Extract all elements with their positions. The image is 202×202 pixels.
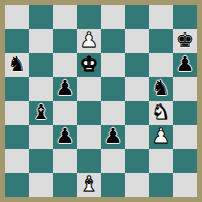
square-a5[interactable] (5, 77, 29, 101)
square-d5[interactable] (77, 77, 101, 101)
square-e2[interactable] (101, 149, 125, 173)
white-pawn-piece: ♟ (80, 29, 99, 52)
square-a3[interactable] (5, 125, 29, 149)
square-e7[interactable] (101, 29, 125, 53)
square-d1[interactable]: ♝ (77, 173, 101, 197)
square-c5[interactable]: ♟ (53, 77, 77, 101)
square-h1[interactable] (173, 173, 197, 197)
square-d7[interactable]: ♟ (77, 29, 101, 53)
square-b4[interactable]: ♝ (29, 101, 53, 125)
square-c6[interactable] (53, 53, 77, 77)
square-c3[interactable]: ♟ (53, 125, 77, 149)
square-f8[interactable] (125, 5, 149, 29)
square-e3[interactable]: ♟ (101, 125, 125, 149)
square-h2[interactable] (173, 149, 197, 173)
square-g2[interactable] (149, 149, 173, 173)
square-d4[interactable] (77, 101, 101, 125)
square-e5[interactable] (101, 77, 125, 101)
square-a2[interactable] (5, 149, 29, 173)
square-f7[interactable] (125, 29, 149, 53)
square-c7[interactable] (53, 29, 77, 53)
square-b8[interactable] (29, 5, 53, 29)
square-f5[interactable] (125, 77, 149, 101)
square-h5[interactable] (173, 77, 197, 101)
square-b5[interactable] (29, 77, 53, 101)
square-b3[interactable] (29, 125, 53, 149)
black-knight-piece: ♞ (8, 53, 27, 76)
square-b6[interactable] (29, 53, 53, 77)
square-f4[interactable] (125, 101, 149, 125)
square-a6[interactable]: ♞ (5, 53, 29, 77)
square-g7[interactable] (149, 29, 173, 53)
square-c8[interactable] (53, 5, 77, 29)
square-b2[interactable] (29, 149, 53, 173)
square-a1[interactable] (5, 173, 29, 197)
white-knight-piece: ♞ (152, 101, 171, 124)
black-king-piece: ♚ (176, 29, 195, 52)
square-c2[interactable] (53, 149, 77, 173)
square-d3[interactable] (77, 125, 101, 149)
square-f1[interactable] (125, 173, 149, 197)
square-g3[interactable]: ♟ (149, 125, 173, 149)
square-a8[interactable] (5, 5, 29, 29)
square-h8[interactable] (173, 5, 197, 29)
square-a7[interactable] (5, 29, 29, 53)
square-e1[interactable] (101, 173, 125, 197)
black-pawn-piece: ♟ (176, 53, 195, 76)
square-g6[interactable] (149, 53, 173, 77)
square-h3[interactable] (173, 125, 197, 149)
square-d6[interactable]: ♚ (77, 53, 101, 77)
white-king-piece: ♚ (80, 53, 99, 76)
square-c1[interactable] (53, 173, 77, 197)
square-b7[interactable] (29, 29, 53, 53)
square-e4[interactable] (101, 101, 125, 125)
chess-board-frame: ♟♚♞♚♟♟♞♝♞♟♟♟♝ (0, 0, 202, 202)
black-pawn-piece: ♟ (56, 77, 75, 100)
square-f3[interactable] (125, 125, 149, 149)
square-e6[interactable] (101, 53, 125, 77)
black-pawn-piece: ♟ (56, 125, 75, 148)
square-g5[interactable]: ♞ (149, 77, 173, 101)
square-d8[interactable] (77, 5, 101, 29)
square-g1[interactable] (149, 173, 173, 197)
square-b1[interactable] (29, 173, 53, 197)
square-f2[interactable] (125, 149, 149, 173)
square-a4[interactable] (5, 101, 29, 125)
square-d2[interactable] (77, 149, 101, 173)
square-h6[interactable]: ♟ (173, 53, 197, 77)
chess-board: ♟♚♞♚♟♟♞♝♞♟♟♟♝ (5, 5, 197, 197)
square-e8[interactable] (101, 5, 125, 29)
black-knight-piece: ♞ (152, 77, 171, 100)
white-bishop-piece: ♝ (80, 173, 99, 196)
black-bishop-piece: ♝ (32, 101, 51, 124)
black-pawn-piece: ♟ (104, 125, 123, 148)
white-pawn-piece: ♟ (152, 125, 171, 148)
square-c4[interactable] (53, 101, 77, 125)
square-h7[interactable]: ♚ (173, 29, 197, 53)
square-g4[interactable]: ♞ (149, 101, 173, 125)
square-f6[interactable] (125, 53, 149, 77)
square-g8[interactable] (149, 5, 173, 29)
square-h4[interactable] (173, 101, 197, 125)
